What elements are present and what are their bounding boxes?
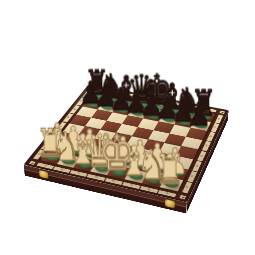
chess-set-photo: abcdefgh abcdefgh 87654321 87654321 ♜♞♝♛…: [0, 0, 255, 255]
black-pawn: ♟: [181, 98, 217, 129]
white-rook: ♜: [149, 150, 189, 189]
chess-board: abcdefgh abcdefgh 87654321 87654321 ♜♞♝♛…: [24, 84, 229, 202]
brass-clasp: [39, 170, 48, 179]
brass-clasp: [165, 199, 175, 208]
